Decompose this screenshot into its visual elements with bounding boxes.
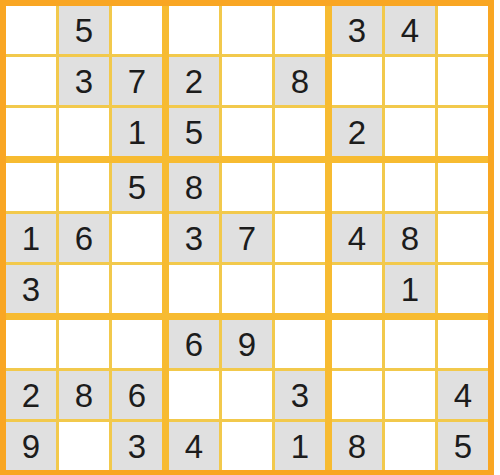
- cell-r7c8[interactable]: [385, 320, 435, 368]
- cell-r8c1: 2: [6, 371, 56, 419]
- cell-r6c8: 1: [385, 265, 435, 313]
- cell-r9c8[interactable]: [385, 422, 435, 470]
- cell-r9c5[interactable]: [222, 422, 272, 470]
- cell-r7c5: 9: [222, 320, 272, 368]
- cell-r4c9[interactable]: [438, 163, 488, 211]
- cell-r4c4: 8: [169, 163, 219, 211]
- cell-r1c2: 5: [59, 6, 109, 54]
- cell-r2c9[interactable]: [438, 57, 488, 105]
- cell-r4c2[interactable]: [59, 163, 109, 211]
- cell-r7c2[interactable]: [59, 320, 109, 368]
- cell-r2c6: 8: [275, 57, 325, 105]
- cell-r1c9[interactable]: [438, 6, 488, 54]
- cell-r9c4: 4: [169, 422, 219, 470]
- cell-r2c4: 2: [169, 57, 219, 105]
- cell-r5c9[interactable]: [438, 214, 488, 262]
- cell-r1c6[interactable]: [275, 6, 325, 54]
- cell-r6c4[interactable]: [169, 265, 219, 313]
- cell-r9c1: 9: [6, 422, 56, 470]
- cell-r8c4[interactable]: [169, 371, 219, 419]
- block-separator-vertical: [325, 6, 332, 470]
- cell-r3c4: 5: [169, 108, 219, 156]
- cell-r7c9[interactable]: [438, 320, 488, 368]
- cell-r1c8: 4: [385, 6, 435, 54]
- cell-r6c9[interactable]: [438, 265, 488, 313]
- cell-r5c4: 3: [169, 214, 219, 262]
- cell-r1c5[interactable]: [222, 6, 272, 54]
- cell-r6c7[interactable]: [332, 265, 382, 313]
- cell-r3c3: 1: [112, 108, 162, 156]
- cell-r1c4[interactable]: [169, 6, 219, 54]
- cell-r4c6[interactable]: [275, 163, 325, 211]
- cell-r2c7[interactable]: [332, 57, 382, 105]
- cell-r5c3[interactable]: [112, 214, 162, 262]
- cell-r4c1[interactable]: [6, 163, 56, 211]
- cell-r9c6: 1: [275, 422, 325, 470]
- sudoku-board: 534372815258163748316928634934185: [0, 0, 494, 475]
- cell-r5c7: 4: [332, 214, 382, 262]
- cell-r5c6[interactable]: [275, 214, 325, 262]
- cell-r7c7[interactable]: [332, 320, 382, 368]
- cell-r3c6[interactable]: [275, 108, 325, 156]
- cell-r3c9[interactable]: [438, 108, 488, 156]
- cell-r7c6[interactable]: [275, 320, 325, 368]
- cell-r7c3[interactable]: [112, 320, 162, 368]
- cell-r9c2[interactable]: [59, 422, 109, 470]
- cell-r8c2: 8: [59, 371, 109, 419]
- cell-r8c9: 4: [438, 371, 488, 419]
- cell-r9c9: 5: [438, 422, 488, 470]
- block-separator-vertical: [162, 6, 169, 470]
- cell-r2c2: 3: [59, 57, 109, 105]
- block-separator-horizontal: [6, 313, 488, 320]
- cell-r3c7: 2: [332, 108, 382, 156]
- cell-r6c3[interactable]: [112, 265, 162, 313]
- cell-r1c1[interactable]: [6, 6, 56, 54]
- cell-r2c3: 7: [112, 57, 162, 105]
- cell-r8c5[interactable]: [222, 371, 272, 419]
- cell-r4c8[interactable]: [385, 163, 435, 211]
- cell-r8c3: 6: [112, 371, 162, 419]
- cell-r4c7[interactable]: [332, 163, 382, 211]
- cell-r8c8[interactable]: [385, 371, 435, 419]
- cell-r2c1[interactable]: [6, 57, 56, 105]
- cell-r3c1[interactable]: [6, 108, 56, 156]
- cell-r9c3: 3: [112, 422, 162, 470]
- cell-r3c2[interactable]: [59, 108, 109, 156]
- cell-r4c3: 5: [112, 163, 162, 211]
- cell-r9c7: 8: [332, 422, 382, 470]
- cell-r2c5[interactable]: [222, 57, 272, 105]
- cell-r1c7: 3: [332, 6, 382, 54]
- cell-r2c8[interactable]: [385, 57, 435, 105]
- cell-r5c1: 1: [6, 214, 56, 262]
- cell-r6c1: 3: [6, 265, 56, 313]
- cell-r4c5[interactable]: [222, 163, 272, 211]
- block-separator-horizontal: [6, 156, 488, 163]
- cell-r7c1[interactable]: [6, 320, 56, 368]
- cell-r3c5[interactable]: [222, 108, 272, 156]
- cell-r8c6: 3: [275, 371, 325, 419]
- cell-r1c3[interactable]: [112, 6, 162, 54]
- cell-r7c4: 6: [169, 320, 219, 368]
- cell-r8c7[interactable]: [332, 371, 382, 419]
- cell-r3c8[interactable]: [385, 108, 435, 156]
- cell-r5c8: 8: [385, 214, 435, 262]
- cell-r6c5[interactable]: [222, 265, 272, 313]
- cell-r6c2[interactable]: [59, 265, 109, 313]
- cell-r6c6[interactable]: [275, 265, 325, 313]
- cell-r5c5: 7: [222, 214, 272, 262]
- cell-r5c2: 6: [59, 214, 109, 262]
